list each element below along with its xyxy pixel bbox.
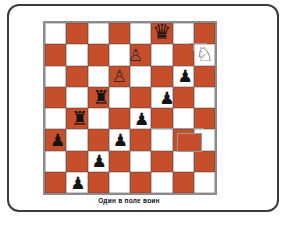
- square-e3[interactable]: [130, 129, 151, 150]
- square-a5[interactable]: [45, 87, 66, 108]
- square-b2[interactable]: [66, 151, 87, 172]
- square-f2[interactable]: [151, 151, 172, 172]
- square-c6[interactable]: [88, 66, 109, 87]
- white-pawn[interactable]: ♙: [109, 66, 130, 87]
- black-rook[interactable]: ♜: [91, 87, 112, 108]
- white-knight[interactable]: ♘: [194, 44, 215, 65]
- square-g2[interactable]: [173, 151, 194, 172]
- square-b8[interactable]: [66, 23, 87, 44]
- square-d2[interactable]: [109, 151, 130, 172]
- square-d1[interactable]: [109, 172, 130, 193]
- black-rook[interactable]: ♜: [69, 108, 90, 129]
- square-f1[interactable]: [151, 172, 172, 193]
- square-b7[interactable]: [66, 44, 87, 65]
- square-a7[interactable]: [45, 44, 66, 65]
- row6-gray-line: [150, 128, 204, 129]
- square-d4[interactable]: [109, 108, 130, 129]
- square-h2[interactable]: [194, 151, 215, 172]
- square-g4[interactable]: [173, 108, 194, 129]
- square-a4[interactable]: [45, 108, 66, 129]
- square-c7[interactable]: [88, 44, 109, 65]
- square-e2[interactable]: [130, 151, 151, 172]
- square-f3[interactable]: [151, 129, 172, 150]
- square-g1[interactable]: [173, 172, 194, 193]
- square-f6[interactable]: [151, 66, 172, 87]
- square-c8[interactable]: [88, 23, 109, 44]
- square-c1[interactable]: [88, 172, 109, 193]
- square-f4[interactable]: [151, 108, 172, 129]
- black-pawn[interactable]: ♟: [89, 151, 110, 172]
- square-a6[interactable]: [45, 66, 66, 87]
- square-f7[interactable]: [151, 44, 172, 65]
- square-a1[interactable]: [45, 172, 66, 193]
- square-g8[interactable]: [173, 23, 194, 44]
- square-d8[interactable]: [109, 23, 130, 44]
- square-b6[interactable]: [66, 66, 87, 87]
- square-h6[interactable]: [194, 66, 215, 87]
- diagram-caption: Один в поле воин: [41, 197, 217, 204]
- black-pawn[interactable]: ♟: [175, 66, 196, 87]
- square-h4[interactable]: [194, 108, 215, 129]
- square-e8[interactable]: [130, 23, 151, 44]
- knight-square-left-mark: [193, 43, 194, 51]
- black-pawn[interactable]: ♟: [110, 129, 131, 150]
- square-a8[interactable]: [45, 23, 66, 44]
- square-c3[interactable]: [88, 129, 109, 150]
- black-pawn[interactable]: ♟: [67, 172, 88, 193]
- square-g7[interactable]: [173, 44, 194, 65]
- square-a2[interactable]: [45, 151, 66, 172]
- square-e6[interactable]: [130, 66, 151, 87]
- square-h5[interactable]: [194, 87, 215, 108]
- pasted-orange-square: [177, 133, 202, 153]
- square-h1[interactable]: [194, 172, 215, 193]
- black-pawn[interactable]: ♟: [156, 87, 177, 108]
- square-e1[interactable]: [130, 172, 151, 193]
- black-queen[interactable]: ♛: [151, 23, 172, 44]
- square-c4[interactable]: [88, 108, 109, 129]
- square-b5[interactable]: [66, 87, 87, 108]
- white-pawn[interactable]: ♙: [125, 44, 146, 65]
- square-e5[interactable]: [130, 87, 151, 108]
- black-pawn[interactable]: ♟: [47, 129, 68, 150]
- square-d5[interactable]: [109, 87, 130, 108]
- chess-board: ♛♙♘♙♟♜♟♜♟♟♟♟♟: [43, 21, 217, 195]
- black-pawn[interactable]: ♟: [131, 108, 152, 129]
- square-b3[interactable]: [66, 129, 87, 150]
